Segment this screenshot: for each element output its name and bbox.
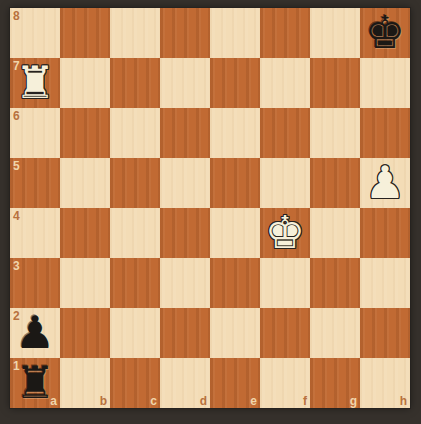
square-c7[interactable]: [110, 58, 160, 108]
square-a7[interactable]: 7♜: [10, 58, 60, 108]
square-f8[interactable]: [260, 8, 310, 58]
square-b3[interactable]: [60, 258, 110, 308]
square-f4[interactable]: ♚: [260, 208, 310, 258]
square-h6[interactable]: [360, 108, 410, 158]
square-e7[interactable]: [210, 58, 260, 108]
square-a1[interactable]: 1a♜: [10, 358, 60, 408]
chess-board: 8♚7♜65♟4♚32♟1a♜bcdefgh: [10, 8, 410, 408]
square-f3[interactable]: [260, 258, 310, 308]
square-d3[interactable]: [160, 258, 210, 308]
square-f5[interactable]: [260, 158, 310, 208]
square-c2[interactable]: [110, 308, 160, 358]
square-f7[interactable]: [260, 58, 310, 108]
square-e6[interactable]: [210, 108, 260, 158]
file-label-g: g: [350, 394, 357, 408]
square-g6[interactable]: [310, 108, 360, 158]
square-h2[interactable]: [360, 308, 410, 358]
square-b5[interactable]: [60, 158, 110, 208]
file-label-c: c: [150, 394, 157, 408]
square-g1[interactable]: g: [310, 358, 360, 408]
square-b1[interactable]: b: [60, 358, 110, 408]
square-g4[interactable]: [310, 208, 360, 258]
file-label-e: e: [250, 394, 257, 408]
white-king[interactable]: ♚: [265, 208, 305, 258]
square-c3[interactable]: [110, 258, 160, 308]
square-d7[interactable]: [160, 58, 210, 108]
square-g3[interactable]: [310, 258, 360, 308]
rank-label-4: 4: [13, 209, 20, 223]
square-b7[interactable]: [60, 58, 110, 108]
square-e1[interactable]: e: [210, 358, 260, 408]
rank-label-6: 6: [13, 109, 20, 123]
square-h4[interactable]: [360, 208, 410, 258]
square-b6[interactable]: [60, 108, 110, 158]
square-e5[interactable]: [210, 158, 260, 208]
square-d5[interactable]: [160, 158, 210, 208]
square-b4[interactable]: [60, 208, 110, 258]
chess-app-window: 8♚7♜65♟4♚32♟1a♜bcdefgh: [0, 0, 421, 424]
square-a5[interactable]: 5: [10, 158, 60, 208]
square-a2[interactable]: 2♟: [10, 308, 60, 358]
square-h7[interactable]: [360, 58, 410, 108]
file-label-h: h: [400, 394, 407, 408]
black-rook[interactable]: ♜: [15, 358, 55, 408]
rank-label-8: 8: [13, 9, 20, 23]
square-c4[interactable]: [110, 208, 160, 258]
square-e8[interactable]: [210, 8, 260, 58]
square-b8[interactable]: [60, 8, 110, 58]
rank-label-5: 5: [13, 159, 20, 173]
square-d4[interactable]: [160, 208, 210, 258]
square-e2[interactable]: [210, 308, 260, 358]
square-a8[interactable]: 8: [10, 8, 60, 58]
rank-label-3: 3: [13, 259, 20, 273]
file-label-f: f: [303, 394, 307, 408]
square-e4[interactable]: [210, 208, 260, 258]
square-d1[interactable]: d: [160, 358, 210, 408]
square-d6[interactable]: [160, 108, 210, 158]
square-e3[interactable]: [210, 258, 260, 308]
black-pawn[interactable]: ♟: [15, 308, 55, 358]
square-g7[interactable]: [310, 58, 360, 108]
square-a6[interactable]: 6: [10, 108, 60, 158]
square-b2[interactable]: [60, 308, 110, 358]
square-c6[interactable]: [110, 108, 160, 158]
file-label-d: d: [200, 394, 207, 408]
square-f6[interactable]: [260, 108, 310, 158]
square-c5[interactable]: [110, 158, 160, 208]
file-label-b: b: [100, 394, 107, 408]
square-a3[interactable]: 3: [10, 258, 60, 308]
square-d2[interactable]: [160, 308, 210, 358]
square-g8[interactable]: [310, 8, 360, 58]
square-a4[interactable]: 4: [10, 208, 60, 258]
white-rook[interactable]: ♜: [15, 58, 55, 108]
square-d8[interactable]: [160, 8, 210, 58]
square-h1[interactable]: h: [360, 358, 410, 408]
square-g2[interactable]: [310, 308, 360, 358]
black-king[interactable]: ♚: [365, 8, 405, 58]
square-g5[interactable]: [310, 158, 360, 208]
square-c8[interactable]: [110, 8, 160, 58]
square-h3[interactable]: [360, 258, 410, 308]
square-h5[interactable]: ♟: [360, 158, 410, 208]
square-f1[interactable]: f: [260, 358, 310, 408]
square-h8[interactable]: ♚: [360, 8, 410, 58]
square-f2[interactable]: [260, 308, 310, 358]
square-c1[interactable]: c: [110, 358, 160, 408]
white-pawn[interactable]: ♟: [365, 158, 405, 208]
